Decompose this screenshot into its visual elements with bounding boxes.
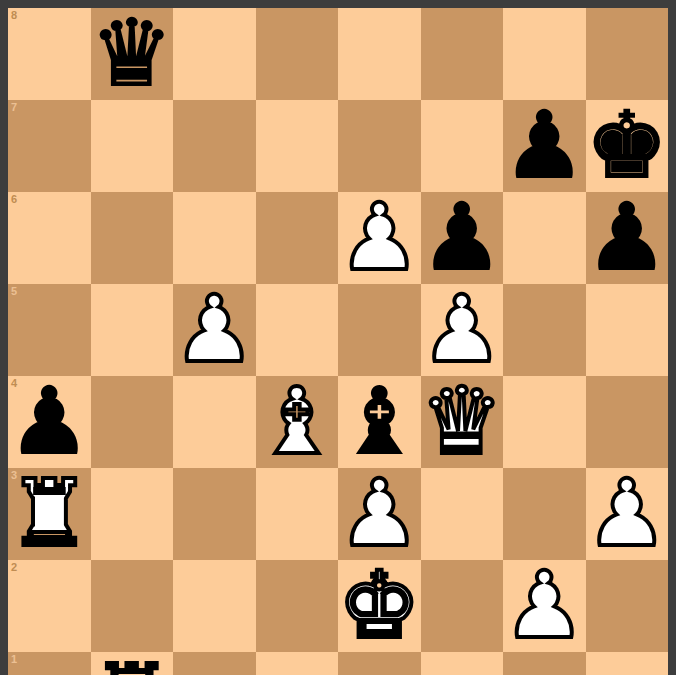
square-e1[interactable]: e: [338, 652, 421, 675]
square-f2[interactable]: [421, 560, 504, 652]
rank-label-6: 6: [11, 194, 17, 205]
square-h4[interactable]: [586, 376, 669, 468]
rank-label-5: 5: [11, 286, 17, 297]
white-pawn-h3[interactable]: ♟♟: [586, 468, 668, 560]
square-c8[interactable]: [173, 8, 256, 100]
square-a7[interactable]: 7: [8, 100, 91, 192]
square-c5[interactable]: ♟♟: [173, 284, 256, 376]
square-c4[interactable]: [173, 376, 256, 468]
square-h7[interactable]: ♚♚: [586, 100, 669, 192]
square-d7[interactable]: [256, 100, 339, 192]
square-e8[interactable]: [338, 8, 421, 100]
square-b2[interactable]: [91, 560, 174, 652]
square-a3[interactable]: 3♜♜: [8, 468, 91, 560]
square-c1[interactable]: c: [173, 652, 256, 675]
square-b8[interactable]: ♛♛: [91, 8, 174, 100]
square-a2[interactable]: 2: [8, 560, 91, 652]
square-c6[interactable]: [173, 192, 256, 284]
black-pawn-a4[interactable]: ♟♟: [8, 376, 90, 468]
square-g5[interactable]: [503, 284, 586, 376]
square-f1[interactable]: f: [421, 652, 504, 675]
square-a5[interactable]: 5: [8, 284, 91, 376]
square-h3[interactable]: ♟♟: [586, 468, 669, 560]
black-king-h7[interactable]: ♚♚: [586, 100, 668, 192]
black-queen-b8[interactable]: ♛♛: [91, 8, 173, 100]
square-g4[interactable]: [503, 376, 586, 468]
square-f8[interactable]: [421, 8, 504, 100]
square-d5[interactable]: [256, 284, 339, 376]
square-a4[interactable]: 4♟♟: [8, 376, 91, 468]
black-pawn-h6[interactable]: ♟♟: [586, 192, 668, 284]
white-pawn-e6[interactable]: ♟♟: [338, 192, 420, 284]
square-e6[interactable]: ♟♟: [338, 192, 421, 284]
square-b4[interactable]: [91, 376, 174, 468]
white-pawn-c5[interactable]: ♟♟: [173, 284, 255, 376]
square-c2[interactable]: [173, 560, 256, 652]
black-rook-b1[interactable]: ♜♜: [91, 652, 173, 675]
square-f6[interactable]: ♟♟: [421, 192, 504, 284]
white-bishop-d4[interactable]: ♝♝: [256, 376, 338, 468]
square-f5[interactable]: ♟♟: [421, 284, 504, 376]
square-f7[interactable]: [421, 100, 504, 192]
square-b1[interactable]: b♜♜: [91, 652, 174, 675]
board-frame: 8♛♛7♟♟♚♚6♟♟♟♟♟♟5♟♟♟♟4♟♟♝♝♝♝♛♛3♜♜♟♟♟♟2♚♚♟…: [0, 0, 676, 675]
black-bishop-e4[interactable]: ♝♝: [338, 376, 420, 468]
square-b7[interactable]: [91, 100, 174, 192]
square-d4[interactable]: ♝♝: [256, 376, 339, 468]
square-g3[interactable]: [503, 468, 586, 560]
square-h8[interactable]: [586, 8, 669, 100]
square-e7[interactable]: [338, 100, 421, 192]
square-d8[interactable]: [256, 8, 339, 100]
square-f4[interactable]: ♛♛: [421, 376, 504, 468]
square-g2[interactable]: ♟♟: [503, 560, 586, 652]
square-e2[interactable]: ♚♚: [338, 560, 421, 652]
black-pawn-f6[interactable]: ♟♟: [421, 192, 503, 284]
rank-label-8: 8: [11, 10, 17, 21]
square-h5[interactable]: [586, 284, 669, 376]
square-e4[interactable]: ♝♝: [338, 376, 421, 468]
white-pawn-f5[interactable]: ♟♟: [421, 284, 503, 376]
rank-label-2: 2: [11, 562, 17, 573]
square-c7[interactable]: [173, 100, 256, 192]
square-h1[interactable]: h: [586, 652, 669, 675]
square-b3[interactable]: [91, 468, 174, 560]
square-h6[interactable]: ♟♟: [586, 192, 669, 284]
square-e3[interactable]: ♟♟: [338, 468, 421, 560]
square-b6[interactable]: [91, 192, 174, 284]
square-e5[interactable]: [338, 284, 421, 376]
square-h2[interactable]: [586, 560, 669, 652]
square-a6[interactable]: 6: [8, 192, 91, 284]
square-f3[interactable]: [421, 468, 504, 560]
square-g6[interactable]: [503, 192, 586, 284]
chess-board: 8♛♛7♟♟♚♚6♟♟♟♟♟♟5♟♟♟♟4♟♟♝♝♝♝♛♛3♜♜♟♟♟♟2♚♚♟…: [8, 8, 668, 667]
square-a1[interactable]: 1a: [8, 652, 91, 675]
square-g7[interactable]: ♟♟: [503, 100, 586, 192]
square-c3[interactable]: [173, 468, 256, 560]
square-b5[interactable]: [91, 284, 174, 376]
white-rook-a3[interactable]: ♜♜: [8, 468, 90, 560]
white-pawn-g2[interactable]: ♟♟: [503, 560, 585, 652]
black-pawn-g7[interactable]: ♟♟: [503, 100, 585, 192]
square-g1[interactable]: g: [503, 652, 586, 675]
rank-label-1: 1: [11, 654, 17, 665]
square-d3[interactable]: [256, 468, 339, 560]
square-d2[interactable]: [256, 560, 339, 652]
white-queen-f4[interactable]: ♛♛: [421, 376, 503, 468]
rank-label-7: 7: [11, 102, 17, 113]
square-g8[interactable]: [503, 8, 586, 100]
white-king-e2[interactable]: ♚♚: [338, 560, 420, 652]
square-d6[interactable]: [256, 192, 339, 284]
square-a8[interactable]: 8: [8, 8, 91, 100]
white-pawn-e3[interactable]: ♟♟: [338, 468, 420, 560]
square-d1[interactable]: d: [256, 652, 339, 675]
